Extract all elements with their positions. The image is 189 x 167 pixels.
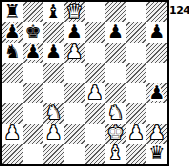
square-b5[interactable] <box>23 63 44 83</box>
square-g3[interactable] <box>126 103 147 123</box>
page: ♜♝♛♟♚♟♟♟♞♟♟♟♟♟♞♞♟♟♚♟♟♝♛ 124 <box>0 0 189 167</box>
piece-white-king-f2: ♚ <box>107 124 124 143</box>
square-h2[interactable]: ♟ <box>146 124 167 144</box>
square-h4[interactable]: ♟ <box>146 83 167 103</box>
square-d8[interactable]: ♛ <box>64 2 85 22</box>
square-d7[interactable]: ♟ <box>64 22 85 42</box>
square-f3[interactable]: ♞ <box>105 103 126 123</box>
square-a3[interactable] <box>2 103 23 123</box>
square-g5[interactable] <box>126 63 147 83</box>
square-a7[interactable]: ♟ <box>2 22 23 42</box>
square-c3[interactable]: ♞ <box>43 103 64 123</box>
square-d1[interactable] <box>64 144 85 164</box>
square-a4[interactable] <box>2 83 23 103</box>
square-b8[interactable] <box>23 2 44 22</box>
square-c2[interactable]: ♟ <box>43 124 64 144</box>
piece-white-pawn-c2: ♟ <box>45 124 62 143</box>
square-f7[interactable]: ♟ <box>105 22 126 42</box>
piece-black-pawn-d7: ♟ <box>66 22 83 41</box>
square-f4[interactable] <box>105 83 126 103</box>
square-f2[interactable]: ♚ <box>105 124 126 144</box>
piece-white-pawn-a2: ♟ <box>4 124 21 143</box>
square-a2[interactable]: ♟ <box>2 124 23 144</box>
chess-board: ♜♝♛♟♚♟♟♟♞♟♟♟♟♟♞♞♟♟♚♟♟♝♛ <box>0 0 169 166</box>
square-b3[interactable] <box>23 103 44 123</box>
piece-white-pawn-e4: ♟ <box>86 83 103 102</box>
piece-white-bishop-f1: ♝ <box>107 144 124 163</box>
square-h8[interactable] <box>146 2 167 22</box>
square-h5[interactable] <box>146 63 167 83</box>
piece-white-knight-f3: ♞ <box>107 103 124 122</box>
piece-black-rook-a8: ♜ <box>4 2 21 21</box>
square-d3[interactable] <box>64 103 85 123</box>
square-g7[interactable] <box>126 22 147 42</box>
square-e8[interactable] <box>85 2 106 22</box>
square-f5[interactable] <box>105 63 126 83</box>
square-e2[interactable] <box>85 124 106 144</box>
piece-black-king-b7: ♚ <box>24 22 41 41</box>
square-e4[interactable]: ♟ <box>85 83 106 103</box>
square-c7[interactable] <box>43 22 64 42</box>
square-b7[interactable]: ♚ <box>23 22 44 42</box>
square-b4[interactable] <box>23 83 44 103</box>
square-g6[interactable] <box>126 43 147 63</box>
piece-black-pawn-f7: ♟ <box>107 22 124 41</box>
square-d5[interactable] <box>64 63 85 83</box>
square-g1[interactable] <box>126 144 147 164</box>
square-d6[interactable]: ♟ <box>64 43 85 63</box>
piece-white-knight-c3: ♞ <box>45 103 62 122</box>
square-h1[interactable]: ♛ <box>146 144 167 164</box>
square-e1[interactable] <box>85 144 106 164</box>
square-a1[interactable] <box>2 144 23 164</box>
square-a6[interactable]: ♞ <box>2 43 23 63</box>
square-g4[interactable] <box>126 83 147 103</box>
square-c6[interactable]: ♟ <box>43 43 64 63</box>
square-e3[interactable] <box>85 103 106 123</box>
square-g8[interactable] <box>126 2 147 22</box>
diagram-number: 124 <box>169 4 189 17</box>
square-c4[interactable] <box>43 83 64 103</box>
square-g2[interactable]: ♟ <box>126 124 147 144</box>
piece-black-pawn-c6: ♟ <box>45 43 62 62</box>
square-d2[interactable] <box>64 124 85 144</box>
square-d4[interactable] <box>64 83 85 103</box>
square-e6[interactable] <box>85 43 106 63</box>
piece-black-queen-h1: ♛ <box>148 144 165 163</box>
piece-black-bishop-c8: ♝ <box>45 2 62 21</box>
square-a5[interactable] <box>2 63 23 83</box>
piece-white-pawn-g2: ♟ <box>128 124 145 143</box>
square-e7[interactable] <box>85 22 106 42</box>
square-h6[interactable] <box>146 43 167 63</box>
square-b2[interactable] <box>23 124 44 144</box>
square-a8[interactable]: ♜ <box>2 2 23 22</box>
piece-black-knight-a6: ♞ <box>4 43 21 62</box>
piece-black-pawn-b6: ♟ <box>24 43 41 62</box>
piece-black-pawn-a7: ♟ <box>4 22 21 41</box>
square-c8[interactable]: ♝ <box>43 2 64 22</box>
square-f8[interactable] <box>105 2 126 22</box>
piece-black-pawn-h7: ♟ <box>148 22 165 41</box>
square-f1[interactable]: ♝ <box>105 144 126 164</box>
square-c1[interactable] <box>43 144 64 164</box>
square-h7[interactable]: ♟ <box>146 22 167 42</box>
square-h3[interactable] <box>146 103 167 123</box>
piece-white-queen-d8: ♛ <box>66 2 83 21</box>
piece-white-pawn-h2: ♟ <box>148 124 165 143</box>
piece-white-pawn-d6: ♟ <box>66 43 83 62</box>
square-b6[interactable]: ♟ <box>23 43 44 63</box>
square-f6[interactable] <box>105 43 126 63</box>
piece-black-pawn-h4: ♟ <box>148 83 165 102</box>
square-b1[interactable] <box>23 144 44 164</box>
square-e5[interactable] <box>85 63 106 83</box>
square-c5[interactable] <box>43 63 64 83</box>
